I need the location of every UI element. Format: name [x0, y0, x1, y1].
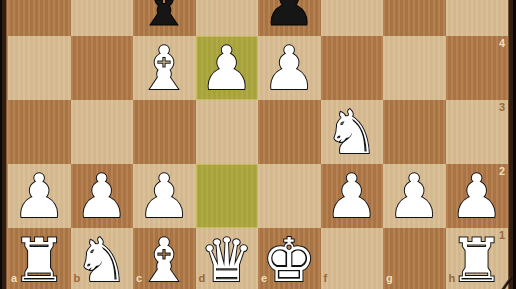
white-pawn[interactable]: ♟	[196, 36, 259, 100]
square-e2[interactable]	[258, 164, 321, 228]
rank-label-1: 1	[499, 230, 505, 241]
white-bishop[interactable]: ♝	[133, 36, 196, 100]
square-f2[interactable]: ♟	[321, 164, 384, 228]
square-d5[interactable]	[196, 0, 259, 36]
square-h1[interactable]: ♜1h	[446, 228, 509, 289]
file-label-c: c	[136, 273, 142, 284]
square-d4[interactable]: ♟	[196, 36, 259, 100]
rank-label-2: 2	[499, 166, 505, 177]
square-h2[interactable]: ♟2	[446, 164, 509, 228]
white-bishop[interactable]: ♝	[133, 228, 196, 289]
square-g3[interactable]	[383, 100, 446, 164]
white-pawn[interactable]: ♟	[8, 164, 71, 228]
board-right-border	[508, 0, 516, 289]
square-c5[interactable]: ♝	[133, 0, 196, 36]
white-king[interactable]: ♚	[258, 228, 321, 289]
square-g4[interactable]	[383, 36, 446, 100]
file-label-d: d	[199, 273, 206, 284]
square-c4[interactable]: ♝	[133, 36, 196, 100]
square-b5[interactable]	[71, 0, 134, 36]
file-label-f: f	[324, 273, 328, 284]
square-e1[interactable]: ♚e	[258, 228, 321, 289]
square-a1[interactable]: ♜a	[8, 228, 71, 289]
square-d3[interactable]	[196, 100, 259, 164]
square-f4[interactable]	[321, 36, 384, 100]
black-pawn[interactable]: ♟	[258, 0, 321, 36]
file-label-g: g	[386, 273, 393, 284]
square-c2[interactable]: ♟	[133, 164, 196, 228]
white-pawn[interactable]: ♟	[258, 36, 321, 100]
square-c1[interactable]: ♝c	[133, 228, 196, 289]
white-pawn[interactable]: ♟	[71, 164, 134, 228]
file-label-a: a	[11, 273, 17, 284]
white-pawn[interactable]: ♟	[383, 164, 446, 228]
square-g1[interactable]: g	[383, 228, 446, 289]
white-knight[interactable]: ♞	[321, 100, 384, 164]
square-c3[interactable]	[133, 100, 196, 164]
square-e3[interactable]	[258, 100, 321, 164]
square-a4[interactable]	[8, 36, 71, 100]
square-e4[interactable]: ♟	[258, 36, 321, 100]
square-a2[interactable]: ♟	[8, 164, 71, 228]
square-f3[interactable]: ♞	[321, 100, 384, 164]
square-a3[interactable]	[8, 100, 71, 164]
rank-label-3: 3	[499, 102, 505, 113]
square-b4[interactable]	[71, 36, 134, 100]
square-h3[interactable]: 3	[446, 100, 509, 164]
white-pawn[interactable]: ♟	[321, 164, 384, 228]
square-e5[interactable]: ♟	[258, 0, 321, 36]
square-d1[interactable]: ♛d	[196, 228, 259, 289]
square-g5[interactable]	[383, 0, 446, 36]
board-left-border	[0, 0, 8, 289]
square-d2[interactable]	[196, 164, 259, 228]
square-a5[interactable]	[8, 0, 71, 36]
square-b2[interactable]: ♟	[71, 164, 134, 228]
square-h4[interactable]: 4	[446, 36, 509, 100]
resize-handle-icon[interactable]	[500, 277, 516, 289]
black-bishop[interactable]: ♝	[133, 0, 196, 36]
white-pawn[interactable]: ♟	[133, 164, 196, 228]
square-h5[interactable]	[446, 0, 509, 36]
file-label-e: e	[261, 273, 267, 284]
board-grid: ♝♟♝♟♟4♞3♟♟♟♟♟♟2♜a♞b♝c♛d♚efg♜1h	[8, 0, 508, 289]
square-b3[interactable]	[71, 100, 134, 164]
file-label-h: h	[449, 273, 456, 284]
square-b1[interactable]: ♞b	[71, 228, 134, 289]
square-f5[interactable]	[321, 0, 384, 36]
square-f1[interactable]: f	[321, 228, 384, 289]
rank-label-4: 4	[499, 38, 505, 49]
white-rook[interactable]: ♜	[8, 228, 71, 289]
file-label-b: b	[74, 273, 81, 284]
square-g2[interactable]: ♟	[383, 164, 446, 228]
chessboard: ♝♟♝♟♟4♞3♟♟♟♟♟♟2♜a♞b♝c♛d♚efg♜1h	[0, 0, 516, 289]
